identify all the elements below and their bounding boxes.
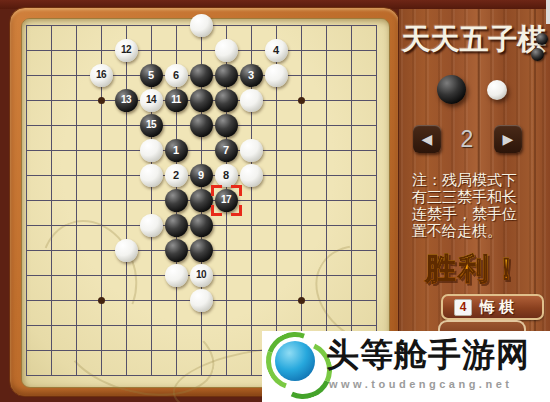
next-arrow-icon: ▶ <box>503 131 514 147</box>
stone-white <box>140 214 163 237</box>
stone-white-16: 16 <box>90 64 113 87</box>
stone-white-8: 8 <box>215 164 238 187</box>
stone-white-2: 2 <box>165 164 188 187</box>
stone-white <box>215 39 238 62</box>
move-number: 7 <box>215 139 238 162</box>
move-number: 16 <box>90 64 113 87</box>
globe-icon <box>266 332 324 390</box>
star-point <box>98 297 105 304</box>
stone-black-9: 9 <box>190 164 213 187</box>
stone-white-6: 6 <box>165 64 188 87</box>
stone-white <box>165 264 188 287</box>
move-number: 9 <box>190 164 213 187</box>
stone-white <box>115 239 138 262</box>
rules-note-line: 连禁手，禁手位 <box>412 205 548 222</box>
stone-white <box>240 164 263 187</box>
victory-banner: 胜利！ <box>399 249 550 290</box>
move-number: 11 <box>165 89 188 112</box>
stone-black-17: 17 <box>215 189 238 212</box>
stone-black <box>215 89 238 112</box>
app-title: 天天五子棋 <box>399 20 549 60</box>
stone-white <box>240 89 263 112</box>
move-number: 17 <box>215 189 238 212</box>
next-level-button[interactable]: ▶ <box>494 125 522 153</box>
stone-black-13: 13 <box>115 89 138 112</box>
white-stone-indicator[interactable] <box>487 80 507 100</box>
stone-black <box>190 189 213 212</box>
star-point <box>298 297 305 304</box>
level-number: 2 <box>447 126 487 153</box>
deco-stone-icon <box>531 48 544 61</box>
stone-black <box>215 64 238 87</box>
prev-level-button[interactable]: ◀ <box>413 125 441 153</box>
stone-white <box>190 289 213 312</box>
stone-black-1: 1 <box>165 139 188 162</box>
stone-white-10: 10 <box>190 264 213 287</box>
star-point <box>98 97 105 104</box>
move-number: 12 <box>115 39 138 62</box>
stone-black-7: 7 <box>215 139 238 162</box>
rules-note-line: 有三三禁手和长 <box>412 188 548 205</box>
rules-note-line: 置不给走棋。 <box>412 222 548 239</box>
black-stone-indicator[interactable] <box>437 75 466 104</box>
stone-black <box>190 89 213 112</box>
stone-black <box>165 189 188 212</box>
move-number: 15 <box>140 114 163 137</box>
stone-black <box>190 214 213 237</box>
stone-white <box>140 164 163 187</box>
watermark-url: www.toudengcang.net <box>329 378 549 390</box>
watermark-banner: 头等舱手游网 www.toudengcang.net <box>262 331 550 402</box>
move-number: 3 <box>240 64 263 87</box>
stone-white <box>265 64 288 87</box>
app-window: 1241656313141115172981710 天天五子棋 ◀ 2 ▶ 注：… <box>0 0 550 402</box>
watermark-site-name: 头等舱手游网 <box>326 333 548 378</box>
prev-arrow-icon: ◀ <box>422 131 433 147</box>
stone-white-14: 14 <box>140 89 163 112</box>
undo-button[interactable]: 4 悔棋 <box>441 294 544 320</box>
stone-black <box>190 114 213 137</box>
move-number: 8 <box>215 164 238 187</box>
stone-white-4: 4 <box>265 39 288 62</box>
stone-black <box>165 239 188 262</box>
star-point <box>298 97 305 104</box>
deco-stone-icon <box>536 33 548 45</box>
move-number: 14 <box>140 89 163 112</box>
stone-black <box>215 114 238 137</box>
stone-white <box>240 139 263 162</box>
scrollbar-sliver <box>546 0 550 24</box>
move-number: 2 <box>165 164 188 187</box>
stone-white <box>140 139 163 162</box>
stone-black <box>190 239 213 262</box>
move-number: 13 <box>115 89 138 112</box>
move-number: 5 <box>140 64 163 87</box>
rules-note-line: 注：残局模式下 <box>412 171 548 188</box>
move-number: 4 <box>265 39 288 62</box>
stone-black <box>165 214 188 237</box>
move-number: 6 <box>165 64 188 87</box>
stone-black-15: 15 <box>140 114 163 137</box>
undo-count-badge: 4 <box>454 299 472 316</box>
rules-note: 注：残局模式下 有三三禁手和长 连禁手，禁手位 置不给走棋。 <box>412 171 548 239</box>
undo-button-label: 悔棋 <box>480 298 518 317</box>
stone-black-3: 3 <box>240 64 263 87</box>
move-number: 10 <box>190 264 213 287</box>
move-number: 1 <box>165 139 188 162</box>
stone-black-5: 5 <box>140 64 163 87</box>
stone-white-12: 12 <box>115 39 138 62</box>
stone-black-11: 11 <box>165 89 188 112</box>
stone-white <box>190 14 213 37</box>
stone-black <box>190 64 213 87</box>
